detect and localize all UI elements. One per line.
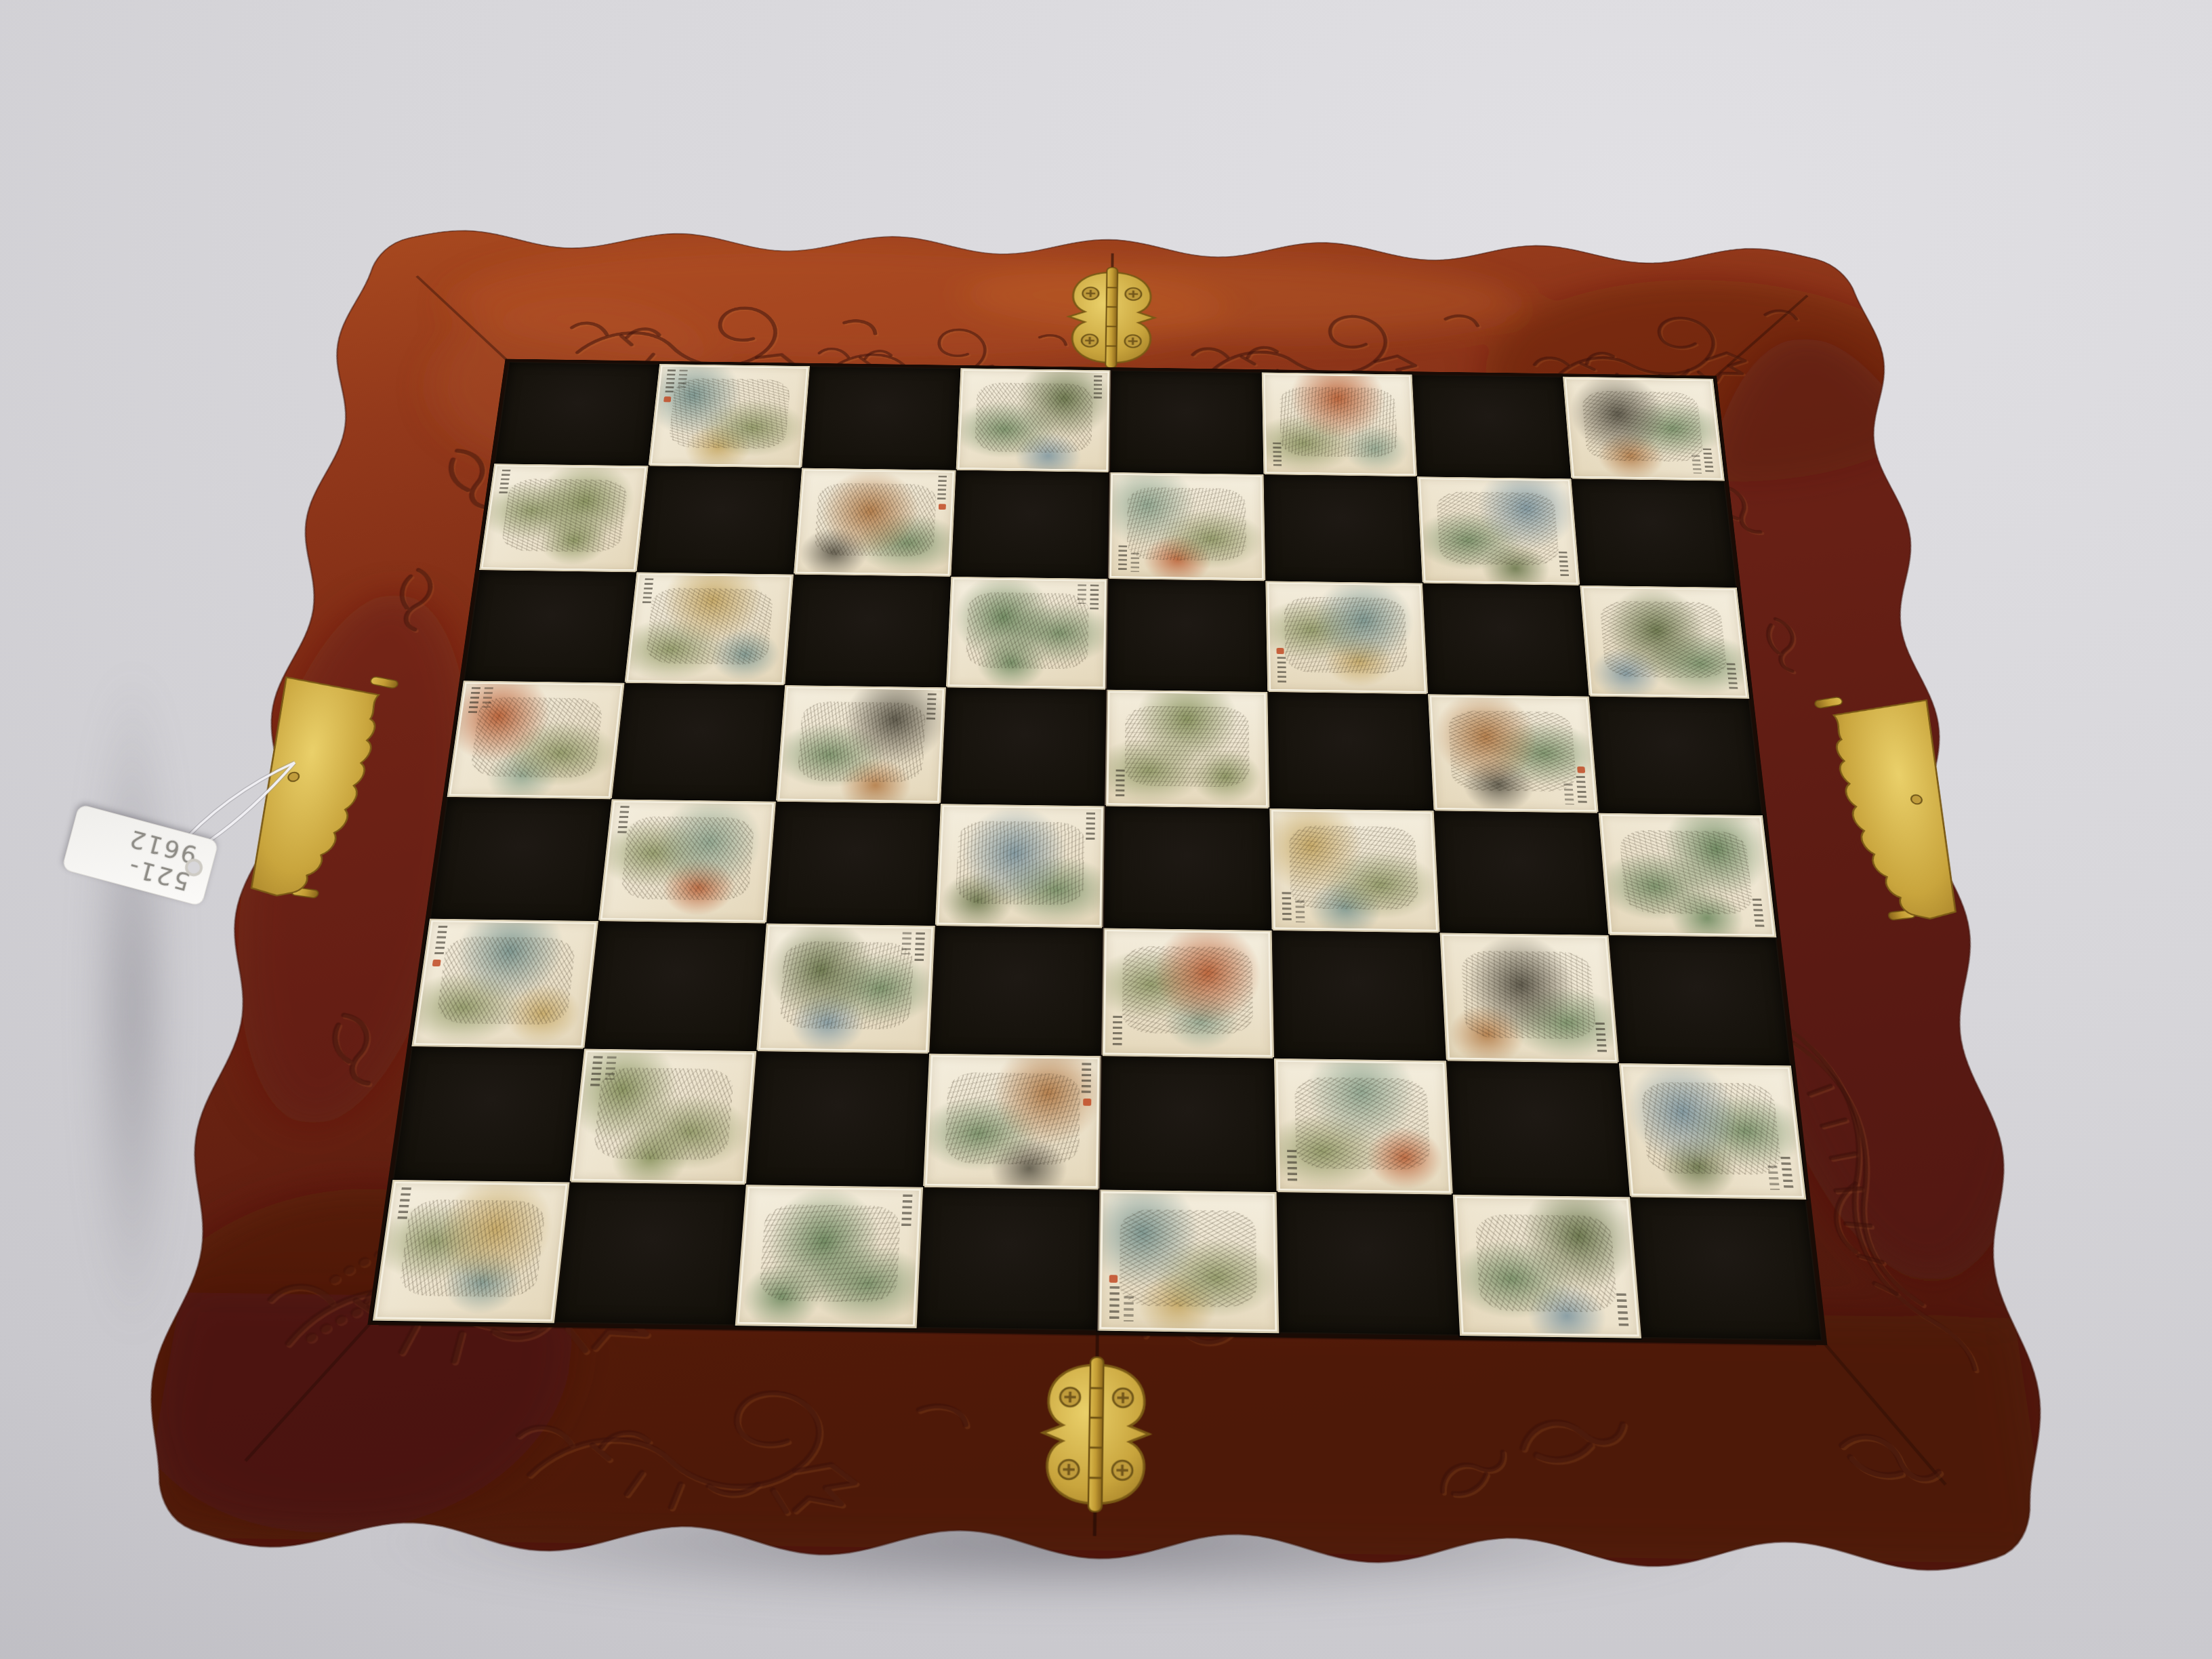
top-hinge [1067,267,1155,369]
calligraphy-marks [1115,769,1125,798]
calligraphy-marks [1124,1296,1134,1322]
square-r5c4[interactable] [935,804,1105,928]
calligraphy-marks [1753,899,1765,929]
calligraphy-marks [678,370,688,388]
calligraphy-marks [1086,813,1095,842]
square-r2c4[interactable] [951,470,1109,579]
square-r8c2[interactable] [554,1183,746,1326]
square-r7c3[interactable] [746,1051,929,1187]
square-r6c7[interactable] [1440,933,1619,1063]
square-r1c3[interactable] [802,366,960,470]
square-r4c4[interactable] [941,688,1107,806]
square-r2c8[interactable] [1571,478,1737,587]
calligraphy-marks [1282,892,1291,922]
square-r2c6[interactable] [1263,474,1422,583]
red-seal-mark [1276,648,1284,654]
red-seal-mark [1083,1098,1091,1105]
calligraphy-marks [1558,551,1569,577]
calligraphy-marks [397,1187,411,1221]
square-r3c3[interactable] [785,574,951,687]
calligraphy-marks [1130,552,1139,571]
calligraphy-marks [1078,584,1086,604]
calligraphy-marks [914,933,925,963]
square-r7c7[interactable] [1446,1061,1630,1197]
calligraphy-marks [1273,443,1282,468]
calligraphy-marks [605,1056,616,1079]
calligraphy-marks [499,470,511,495]
square-r6c6[interactable] [1271,930,1446,1061]
calligraphy-marks [1295,901,1305,922]
square-r8c7[interactable] [1453,1195,1641,1338]
square-r5c8[interactable] [1598,813,1776,938]
square-r5c5[interactable] [1103,806,1271,930]
square-r4c8[interactable] [1589,697,1763,815]
calligraphy-marks [1118,545,1127,571]
square-r6c1[interactable] [411,918,598,1048]
square-r6c4[interactable] [929,926,1103,1056]
square-r8c6[interactable] [1276,1192,1460,1336]
calligraphy-marks [665,369,676,394]
square-r7c4[interactable] [923,1053,1102,1189]
square-r7c1[interactable] [392,1046,583,1183]
square-r4c1[interactable] [447,681,625,800]
square-r2c3[interactable] [794,468,956,576]
calligraphy-marks [1780,1157,1793,1190]
square-r8c1[interactable] [373,1180,569,1323]
square-r7c8[interactable] [1618,1063,1806,1200]
red-seal-mark [432,960,441,966]
square-r1c4[interactable] [956,368,1111,472]
square-r6c8[interactable] [1608,935,1791,1065]
square-r2c7[interactable] [1417,476,1580,585]
calligraphy-marks [642,578,653,605]
square-r2c5[interactable] [1108,472,1265,581]
square-r4c5[interactable] [1105,690,1269,808]
square-r6c3[interactable] [756,923,935,1053]
calligraphy-marks [590,1056,602,1088]
calligraphy-marks [1082,1063,1092,1095]
square-r2c1[interactable] [479,464,648,572]
square-r5c6[interactable] [1269,808,1440,933]
calligraphy-marks [1563,783,1574,804]
red-seal-mark [938,504,945,510]
square-r1c1[interactable] [494,362,659,466]
square-r8c5[interactable] [1097,1190,1278,1334]
calligraphy-marks [901,932,912,954]
square-r5c7[interactable] [1434,811,1608,935]
square-r3c8[interactable] [1580,585,1750,699]
calligraphy-marks [1767,1166,1780,1190]
calligraphy-marks [434,926,448,956]
square-r1c6[interactable] [1261,372,1417,476]
bottom-hinge [1041,1357,1149,1513]
square-r5c1[interactable] [430,797,611,921]
square-r1c2[interactable] [648,364,810,468]
square-r6c5[interactable] [1101,928,1273,1058]
square-r3c5[interactable] [1107,579,1267,692]
square-r4c6[interactable] [1267,692,1434,811]
red-seal-mark [1577,766,1585,773]
square-r2c2[interactable] [636,466,802,574]
square-r8c3[interactable] [735,1185,923,1328]
calligraphy-marks [1094,375,1103,400]
square-r3c1[interactable] [464,570,636,683]
folding-chessboard [139,237,2050,1559]
calligraphy-marks [1576,776,1586,805]
square-r8c4[interactable] [916,1187,1099,1331]
calligraphy-marks [1109,1286,1120,1322]
calligraphy-marks [1090,584,1099,611]
calligraphy-marks [1595,1022,1606,1054]
calligraphy-marks [1692,455,1702,473]
calligraphy-marks [1726,663,1738,691]
square-r8c8[interactable] [1630,1197,1822,1341]
calligraphy-marks [1113,1015,1122,1047]
square-r1c5[interactable] [1109,370,1263,474]
square-r4c2[interactable] [611,683,785,802]
calligraphy-marks [617,806,630,835]
square-r7c2[interactable] [569,1048,756,1185]
square-r5c3[interactable] [766,802,941,926]
calligraphy-marks [1277,657,1286,684]
calligraphy-marks [1287,1150,1297,1183]
calligraphy-marks [482,687,493,708]
square-r4c7[interactable] [1428,694,1598,813]
photo-scene: 521-9612 [0,0,2212,1659]
calligraphy-marks [1616,1293,1629,1328]
calligraphy-marks [901,1195,912,1229]
calligraphy-marks [468,687,480,715]
red-seal-mark [1109,1275,1118,1283]
square-r7c6[interactable] [1274,1058,1453,1195]
square-r4c3[interactable] [776,685,946,804]
red-seal-mark [663,396,671,402]
calligraphy-marks [937,476,947,501]
square-r5c2[interactable] [598,799,775,923]
square-r3c7[interactable] [1422,583,1589,697]
square-r1c7[interactable] [1412,375,1571,479]
calligraphy-marks [926,693,936,721]
square-r1c8[interactable] [1563,377,1725,481]
calligraphy-marks [1703,448,1714,473]
square-r3c2[interactable] [624,572,794,685]
square-r7c5[interactable] [1099,1056,1276,1192]
square-r6c2[interactable] [584,921,766,1051]
square-r3c6[interactable] [1265,581,1428,694]
square-r3c4[interactable] [945,576,1107,689]
